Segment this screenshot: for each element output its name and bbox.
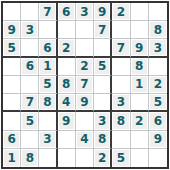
given-digit: 3 [154,42,162,54]
given-digit: 2 [80,60,88,72]
cell-r7c7[interactable]: 8 [112,112,130,130]
cell-r2c8[interactable] [131,21,149,39]
cell-r1c2[interactable] [21,3,39,21]
cell-r3c1[interactable]: 5 [3,39,21,57]
cell-r3c2[interactable] [21,39,39,57]
cell-r3c9[interactable]: 3 [149,39,167,57]
cell-r3c7[interactable]: 7 [112,39,130,57]
cell-r2c3[interactable] [39,21,57,39]
cell-r8c4[interactable] [58,131,76,149]
cell-r9c2[interactable]: 8 [21,149,39,167]
cell-r1c8[interactable] [131,3,149,21]
given-digit: 8 [117,115,125,127]
given-digit: 4 [80,133,88,145]
cell-r6c5[interactable]: 9 [76,94,94,112]
cell-r9c1[interactable]: 1 [3,149,21,167]
given-digit: 8 [43,96,51,108]
cell-r6c8[interactable] [131,94,149,112]
given-digit: 3 [117,96,125,108]
given-digit: 2 [98,152,106,164]
cell-r8c3[interactable]: 3 [39,131,57,149]
given-digit: 8 [62,78,70,90]
cell-r4c1[interactable] [3,58,21,76]
cell-r6c9[interactable]: 5 [149,94,167,112]
cell-r5c1[interactable] [3,76,21,94]
cell-r8c6[interactable]: 8 [94,131,112,149]
cell-r5c9[interactable]: 2 [149,76,167,94]
cell-r6c7[interactable]: 3 [112,94,130,112]
given-digit: 9 [135,42,143,54]
given-digit: 5 [117,152,125,164]
cell-r2c4[interactable] [58,21,76,39]
given-digit: 3 [26,24,34,36]
given-digit: 1 [7,152,15,164]
given-digit: 3 [98,115,106,127]
cell-r5c4[interactable]: 8 [58,76,76,94]
given-digit: 3 [43,133,51,145]
cell-r5c5[interactable]: 7 [76,76,94,94]
cell-r7c8[interactable]: 2 [131,112,149,130]
cell-r1c6[interactable]: 9 [94,3,112,21]
cell-r3c4[interactable]: 2 [58,39,76,57]
cell-r1c4[interactable]: 6 [58,3,76,21]
cell-r3c3[interactable]: 6 [39,39,57,57]
cell-r1c7[interactable]: 2 [112,3,130,21]
cell-r9c4[interactable] [58,149,76,167]
cell-r5c2[interactable] [21,76,39,94]
given-digit: 6 [7,133,15,145]
cell-r7c9[interactable]: 6 [149,112,167,130]
given-digit: 2 [62,42,70,54]
sudoku-board: 7639293785627936125858712784935593826634… [1,1,169,169]
given-digit: 9 [80,96,88,108]
given-digit: 8 [26,152,34,164]
cell-r9c3[interactable] [39,149,57,167]
cell-r7c2[interactable]: 5 [21,112,39,130]
cell-r6c1[interactable] [3,94,21,112]
given-digit: 1 [43,60,51,72]
given-digit: 7 [80,78,88,90]
cell-r6c6[interactable] [94,94,112,112]
cell-r3c5[interactable] [76,39,94,57]
cell-r7c6[interactable]: 3 [94,112,112,130]
cell-r8c2[interactable] [21,131,39,149]
cell-r7c4[interactable]: 9 [58,112,76,130]
given-digit: 8 [154,24,162,36]
given-digit: 5 [7,42,15,54]
cell-r1c1[interactable] [3,3,21,21]
cell-r1c3[interactable]: 7 [39,3,57,21]
cell-r5c3[interactable]: 5 [39,76,57,94]
cell-r8c9[interactable]: 9 [149,131,167,149]
cell-r9c6[interactable]: 2 [94,149,112,167]
given-digit: 9 [98,6,106,18]
cell-r4c4[interactable] [58,58,76,76]
given-digit: 5 [26,115,34,127]
given-digit: 2 [135,115,143,127]
cell-r8c1[interactable]: 6 [3,131,21,149]
given-digit: 8 [98,133,106,145]
cell-r7c1[interactable] [3,112,21,130]
cell-r4c2[interactable]: 6 [21,58,39,76]
given-digit: 7 [98,24,106,36]
given-digit: 6 [26,60,34,72]
cell-r7c3[interactable] [39,112,57,130]
given-digit: 9 [154,133,162,145]
cell-r5c6[interactable] [94,76,112,94]
cell-r7c5[interactable] [76,112,94,130]
cell-r9c9[interactable] [149,149,167,167]
cell-r2c9[interactable]: 8 [149,21,167,39]
cell-r6c2[interactable]: 7 [21,94,39,112]
cell-r4c6[interactable]: 5 [94,58,112,76]
cell-r2c1[interactable]: 9 [3,21,21,39]
given-digit: 4 [62,96,70,108]
cell-r9c7[interactable]: 5 [112,149,130,167]
given-digit: 7 [26,96,34,108]
given-digit: 6 [43,42,51,54]
cell-r1c9[interactable] [149,3,167,21]
given-digit: 8 [135,60,143,72]
sudoku-app: 7639293785627936125858712784935593826634… [0,0,170,170]
cell-r2c2[interactable]: 3 [21,21,39,39]
given-digit: 6 [62,6,70,18]
given-digit: 2 [154,78,162,90]
cell-r9c5[interactable] [76,149,94,167]
cell-r4c7[interactable] [112,58,130,76]
cell-r8c8[interactable] [131,131,149,149]
cell-r4c3[interactable]: 1 [39,58,57,76]
cell-r2c5[interactable] [76,21,94,39]
given-digit: 1 [135,78,143,90]
given-digit: 3 [80,6,88,18]
cell-r4c9[interactable] [149,58,167,76]
cell-r6c3[interactable]: 8 [39,94,57,112]
cell-r1c5[interactable]: 3 [76,3,94,21]
cell-r2c7[interactable] [112,21,130,39]
given-digit: 5 [154,96,162,108]
cell-r5c7[interactable] [112,76,130,94]
given-digit: 7 [117,42,125,54]
given-digit: 9 [7,24,15,36]
given-digit: 2 [117,6,125,18]
cell-r3c8[interactable]: 9 [131,39,149,57]
cell-r4c5[interactable]: 2 [76,58,94,76]
cell-r9c8[interactable] [131,149,149,167]
cell-r5c8[interactable]: 1 [131,76,149,94]
given-digit: 7 [43,6,51,18]
cell-r4c8[interactable]: 8 [131,58,149,76]
given-digit: 9 [62,115,70,127]
given-digit: 6 [154,115,162,127]
cell-r2c6[interactable]: 7 [94,21,112,39]
cell-r6c4[interactable]: 4 [58,94,76,112]
cell-r8c5[interactable]: 4 [76,131,94,149]
given-digit: 5 [98,60,106,72]
given-digit: 5 [43,78,51,90]
cell-r3c6[interactable] [94,39,112,57]
cell-r8c7[interactable] [112,131,130,149]
